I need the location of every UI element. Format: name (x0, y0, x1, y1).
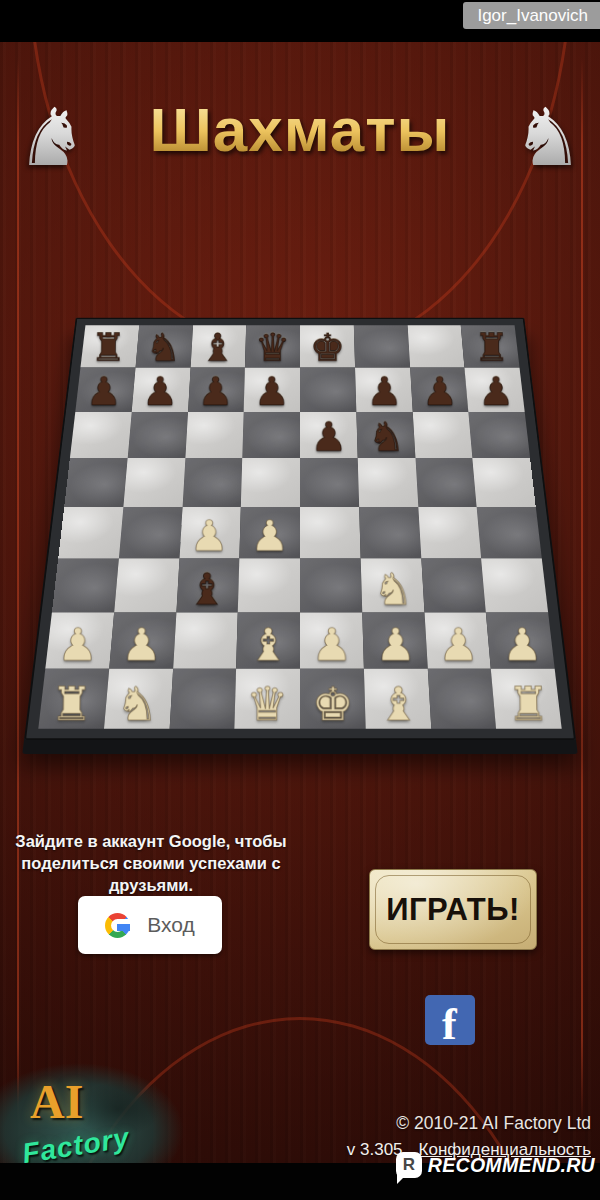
square-h4[interactable] (477, 507, 542, 558)
app-title: Шахматы (0, 94, 600, 165)
square-g4[interactable] (418, 507, 481, 558)
square-f6[interactable]: ♞ (356, 412, 415, 458)
square-d7[interactable]: ♟ (244, 367, 300, 411)
copyright-text: © 2010-21 AI Factory Ltd (396, 1113, 591, 1134)
piece-white-pawn: ♟ (502, 622, 543, 667)
screen: Igor_Ivanovich ♞ Шахматы ♞ ♜♞♝♛♚♜♟♟♟♟♟♟♟… (0, 0, 600, 1200)
title-row: ♞ Шахматы ♞ (0, 86, 600, 190)
square-g6[interactable] (412, 412, 472, 458)
square-e5[interactable] (300, 458, 359, 507)
piece-black-pawn: ♟ (366, 371, 402, 410)
piece-black-king: ♚ (310, 328, 345, 366)
square-b1[interactable]: ♞ (104, 669, 173, 729)
piece-black-pawn: ♟ (86, 371, 122, 410)
square-b2[interactable]: ♟ (109, 612, 176, 669)
square-f7[interactable]: ♟ (355, 367, 412, 411)
square-c4[interactable]: ♟ (179, 507, 241, 558)
square-a8[interactable]: ♜ (80, 325, 139, 367)
facebook-icon: f (442, 999, 457, 1045)
google-prompt-line: поделиться своими успехами с (0, 852, 302, 874)
square-b5[interactable] (123, 458, 185, 507)
square-f8[interactable] (354, 325, 410, 367)
piece-white-rook: ♜ (507, 681, 549, 727)
piece-black-rook: ♜ (474, 328, 510, 366)
piece-white-king: ♚ (312, 681, 354, 727)
google-logo-icon (105, 913, 130, 938)
piece-white-pawn: ♟ (190, 514, 229, 557)
square-e6[interactable]: ♟ (300, 412, 358, 458)
play-button[interactable]: ИГРАТЬ! (369, 869, 537, 950)
google-signin-button[interactable]: Вход (78, 896, 222, 954)
square-c1[interactable] (169, 669, 236, 729)
square-d8[interactable]: ♛ (245, 325, 300, 367)
piece-white-pawn: ♟ (311, 622, 352, 667)
square-h1[interactable]: ♜ (491, 669, 562, 729)
piece-black-pawn: ♟ (310, 417, 347, 457)
piece-black-queen: ♛ (255, 328, 290, 366)
recommend-watermark: R RECOMMEND.RU (396, 1152, 595, 1178)
piece-white-bishop: ♝ (377, 681, 419, 727)
piece-black-pawn: ♟ (478, 371, 514, 410)
recommend-icon: R (396, 1152, 422, 1178)
square-e1[interactable]: ♚ (300, 669, 365, 729)
piece-white-pawn: ♟ (250, 514, 289, 557)
piece-black-pawn: ♟ (422, 371, 458, 410)
version-text: v 3.305 (347, 1140, 403, 1160)
square-c8[interactable]: ♝ (190, 325, 246, 367)
square-g7[interactable]: ♟ (410, 367, 469, 411)
square-e2[interactable]: ♟ (300, 612, 364, 669)
square-a7[interactable]: ♟ (75, 367, 135, 411)
square-a6[interactable] (70, 412, 132, 458)
board-grid: ♜♞♝♛♚♜♟♟♟♟♟♟♟♟♞♟♟♝♞♟♟♝♟♟♟♟♜♞♛♚♝♜ (38, 325, 561, 729)
square-a5[interactable] (64, 458, 127, 507)
board-scene: ♜♞♝♛♚♜♟♟♟♟♟♟♟♟♞♟♟♝♞♟♟♝♟♟♟♟♜♞♛♚♝♜ (0, 240, 600, 760)
square-e7[interactable] (300, 367, 356, 411)
piece-white-knight: ♞ (373, 567, 413, 611)
square-c2[interactable] (173, 612, 238, 669)
wood-background: ♞ Шахматы ♞ ♜♞♝♛♚♜♟♟♟♟♟♟♟♟♞♟♟♝♞♟♟♝♟♟♟♟♜♞… (0, 42, 600, 1163)
piece-white-bishop: ♝ (248, 622, 289, 667)
square-h8[interactable]: ♜ (461, 325, 520, 367)
piece-black-knight: ♞ (145, 328, 180, 366)
square-a3[interactable] (52, 558, 119, 612)
square-b7[interactable]: ♟ (131, 367, 190, 411)
piece-white-knight: ♞ (116, 681, 158, 727)
square-f3[interactable]: ♞ (360, 558, 424, 612)
square-e4[interactable] (300, 507, 360, 558)
piece-black-bishop: ♝ (187, 567, 227, 611)
google-signin-label: Вход (147, 913, 195, 937)
square-a1[interactable]: ♜ (38, 669, 109, 729)
square-d3[interactable] (238, 558, 300, 612)
square-e8[interactable]: ♚ (300, 325, 355, 367)
square-d1[interactable]: ♛ (235, 669, 300, 729)
square-h2[interactable]: ♟ (486, 612, 555, 669)
piece-black-pawn: ♟ (142, 371, 178, 410)
google-prompt-line: друзьями. (0, 874, 302, 896)
square-a4[interactable] (58, 507, 123, 558)
square-h5[interactable] (473, 458, 536, 507)
square-h7[interactable]: ♟ (465, 367, 525, 411)
piece-black-bishop: ♝ (200, 328, 235, 366)
play-button-label: ИГРАТЬ! (386, 892, 520, 928)
square-f4[interactable] (359, 507, 421, 558)
square-b6[interactable] (127, 412, 187, 458)
piece-black-rook: ♜ (90, 328, 126, 366)
square-b3[interactable] (114, 558, 179, 612)
square-g8[interactable] (407, 325, 464, 367)
square-d6[interactable] (242, 412, 300, 458)
ai-factory-logo-ai: AI (30, 1074, 83, 1129)
square-d5[interactable] (241, 458, 300, 507)
square-c6[interactable] (185, 412, 244, 458)
piece-white-queen: ♛ (246, 681, 288, 727)
square-d4[interactable]: ♟ (240, 507, 300, 558)
square-a2[interactable]: ♟ (45, 612, 114, 669)
square-h3[interactable] (481, 558, 548, 612)
square-c5[interactable] (182, 458, 242, 507)
square-b8[interactable]: ♞ (135, 325, 192, 367)
square-g5[interactable] (415, 458, 477, 507)
piece-black-pawn: ♟ (254, 371, 290, 410)
square-d2[interactable]: ♝ (236, 612, 300, 669)
square-e3[interactable] (300, 558, 362, 612)
piece-white-pawn: ♟ (375, 622, 416, 667)
square-g1[interactable] (427, 669, 496, 729)
piece-black-pawn: ♟ (198, 371, 234, 410)
ai-factory-logo: AI Factory (0, 1050, 200, 1163)
facebook-button[interactable]: f (425, 995, 475, 1045)
square-f5[interactable] (358, 458, 418, 507)
username-label: Igor_Ivanovich (463, 2, 600, 29)
piece-white-pawn: ♟ (57, 622, 98, 667)
recommend-label: RECOMMEND.RU (428, 1154, 595, 1177)
square-f1[interactable]: ♝ (364, 669, 431, 729)
google-prompt-text: Зайдите в аккаунт Google, чтобы поделить… (0, 830, 302, 896)
piece-white-rook: ♜ (50, 681, 92, 727)
google-prompt-line: Зайдите в аккаунт Google, чтобы (0, 830, 302, 852)
square-f2[interactable]: ♟ (362, 612, 427, 669)
knight-icon: ♞ (512, 92, 584, 184)
square-b4[interactable] (119, 507, 182, 558)
square-g2[interactable]: ♟ (424, 612, 491, 669)
status-bar: Igor_Ivanovich (0, 0, 600, 42)
piece-black-knight: ♞ (368, 417, 405, 457)
piece-white-pawn: ♟ (438, 622, 479, 667)
square-h6[interactable] (469, 412, 531, 458)
square-c3[interactable]: ♝ (176, 558, 240, 612)
square-g3[interactable] (421, 558, 486, 612)
chess-board: ♜♞♝♛♚♜♟♟♟♟♟♟♟♟♞♟♟♝♞♟♟♝♟♟♟♟♜♞♛♚♝♜ (24, 318, 576, 740)
piece-white-pawn: ♟ (121, 622, 162, 667)
square-c7[interactable]: ♟ (188, 367, 245, 411)
